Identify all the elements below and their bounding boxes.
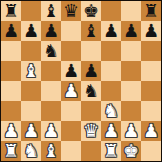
- square-e1[interactable]: [81, 141, 101, 161]
- black-pawn-piece[interactable]: ♟: [23, 21, 39, 41]
- white-pawn-piece[interactable]: ♟: [23, 121, 39, 141]
- square-b1[interactable]: ♞: [21, 141, 41, 161]
- square-a2[interactable]: ♟: [1, 121, 21, 141]
- square-d4[interactable]: ♟: [61, 81, 81, 101]
- square-d8[interactable]: ♛: [61, 1, 81, 21]
- black-rook-piece[interactable]: ♜: [3, 1, 19, 21]
- square-f6[interactable]: [101, 41, 121, 61]
- white-bishop-piece[interactable]: ♝: [43, 141, 59, 161]
- square-f4[interactable]: [101, 81, 121, 101]
- white-pawn-piece[interactable]: ♟: [123, 121, 139, 141]
- black-pawn-piece[interactable]: ♟: [123, 21, 139, 41]
- white-rook-piece[interactable]: ♜: [3, 141, 19, 161]
- square-h1[interactable]: [141, 141, 161, 161]
- square-e7[interactable]: ♝: [81, 21, 101, 41]
- square-d5[interactable]: ♟: [61, 61, 81, 81]
- square-b2[interactable]: ♟: [21, 121, 41, 141]
- black-pawn-piece[interactable]: ♟: [83, 61, 99, 81]
- square-g6[interactable]: [121, 41, 141, 61]
- black-rook-piece[interactable]: ♜: [143, 1, 159, 21]
- square-c8[interactable]: ♝: [41, 1, 61, 21]
- square-g8[interactable]: [121, 1, 141, 21]
- square-f2[interactable]: ♟: [101, 121, 121, 141]
- square-h5[interactable]: [141, 61, 161, 81]
- square-d6[interactable]: [61, 41, 81, 61]
- square-c7[interactable]: ♟: [41, 21, 61, 41]
- white-rook-piece[interactable]: ♜: [103, 141, 119, 161]
- square-g1[interactable]: ♚: [121, 141, 141, 161]
- square-d7[interactable]: [61, 21, 81, 41]
- black-pawn-piece[interactable]: ♟: [63, 61, 79, 81]
- square-e8[interactable]: ♚: [81, 1, 101, 21]
- white-pawn-piece[interactable]: ♟: [43, 121, 59, 141]
- black-knight-piece[interactable]: ♞: [43, 41, 59, 61]
- black-bishop-piece[interactable]: ♝: [43, 1, 59, 21]
- square-h3[interactable]: [141, 101, 161, 121]
- square-b4[interactable]: [21, 81, 41, 101]
- white-knight-piece[interactable]: ♞: [103, 101, 119, 121]
- square-a3[interactable]: [1, 101, 21, 121]
- white-knight-piece[interactable]: ♞: [23, 141, 39, 161]
- square-d1[interactable]: [61, 141, 81, 161]
- square-f8[interactable]: [101, 1, 121, 21]
- black-pawn-piece[interactable]: ♟: [143, 21, 159, 41]
- square-h6[interactable]: [141, 41, 161, 61]
- white-pawn-piece[interactable]: ♟: [143, 121, 159, 141]
- square-c3[interactable]: [41, 101, 61, 121]
- square-g3[interactable]: [121, 101, 141, 121]
- square-h8[interactable]: ♜: [141, 1, 161, 21]
- black-pawn-piece[interactable]: ♟: [43, 21, 59, 41]
- white-pawn-piece[interactable]: ♟: [103, 121, 119, 141]
- black-bishop-piece[interactable]: ♝: [83, 21, 99, 41]
- square-d2[interactable]: [61, 121, 81, 141]
- square-g4[interactable]: [121, 81, 141, 101]
- square-c6[interactable]: ♞: [41, 41, 61, 61]
- square-b8[interactable]: [21, 1, 41, 21]
- square-a4[interactable]: [1, 81, 21, 101]
- square-e6[interactable]: [81, 41, 101, 61]
- square-g5[interactable]: [121, 61, 141, 81]
- square-c1[interactable]: ♝: [41, 141, 61, 161]
- square-f1[interactable]: ♜: [101, 141, 121, 161]
- square-b3[interactable]: [21, 101, 41, 121]
- square-g2[interactable]: ♟: [121, 121, 141, 141]
- white-pawn-piece[interactable]: ♟: [63, 81, 79, 101]
- black-king-piece[interactable]: ♚: [83, 1, 99, 21]
- square-f5[interactable]: [101, 61, 121, 81]
- square-c4[interactable]: [41, 81, 61, 101]
- white-pawn-piece[interactable]: ♟: [3, 121, 19, 141]
- black-queen-piece[interactable]: ♛: [63, 1, 79, 21]
- square-d3[interactable]: [61, 101, 81, 121]
- white-king-piece[interactable]: ♚: [123, 141, 139, 161]
- square-a6[interactable]: [1, 41, 21, 61]
- square-a1[interactable]: ♜: [1, 141, 21, 161]
- square-a7[interactable]: ♟: [1, 21, 21, 41]
- white-queen-piece[interactable]: ♛: [83, 121, 99, 141]
- square-a8[interactable]: ♜: [1, 1, 21, 21]
- square-b6[interactable]: [21, 41, 41, 61]
- square-h2[interactable]: ♟: [141, 121, 161, 141]
- square-e3[interactable]: [81, 101, 101, 121]
- square-h7[interactable]: ♟: [141, 21, 161, 41]
- square-c5[interactable]: [41, 61, 61, 81]
- black-pawn-piece[interactable]: ♟: [103, 21, 119, 41]
- square-e2[interactable]: ♛: [81, 121, 101, 141]
- square-c2[interactable]: ♟: [41, 121, 61, 141]
- black-knight-piece[interactable]: ♞: [83, 81, 99, 101]
- square-e4[interactable]: ♞: [81, 81, 101, 101]
- board-grid: ♜♝♛♚♜♟♟♟♝♟♟♟♞♝♟♟♟♞♞♟♟♟♛♟♟♟♜♞♝♜♚: [1, 1, 161, 161]
- black-pawn-piece[interactable]: ♟: [3, 21, 19, 41]
- square-b5[interactable]: ♝: [21, 61, 41, 81]
- square-h4[interactable]: [141, 81, 161, 101]
- square-f7[interactable]: ♟: [101, 21, 121, 41]
- chess-board: ♜♝♛♚♜♟♟♟♝♟♟♟♞♝♟♟♟♞♞♟♟♟♛♟♟♟♜♞♝♜♚: [0, 0, 162, 162]
- square-b7[interactable]: ♟: [21, 21, 41, 41]
- square-f3[interactable]: ♞: [101, 101, 121, 121]
- square-a5[interactable]: [1, 61, 21, 81]
- square-e5[interactable]: ♟: [81, 61, 101, 81]
- square-g7[interactable]: ♟: [121, 21, 141, 41]
- white-bishop-piece[interactable]: ♝: [23, 61, 39, 81]
